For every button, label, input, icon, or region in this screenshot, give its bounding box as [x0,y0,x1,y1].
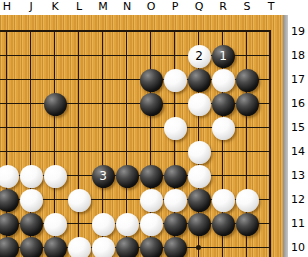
point-P10[interactable] [163,236,187,257]
point-K14[interactable] [43,140,67,164]
point-R11[interactable] [211,212,235,236]
white-stone [0,165,19,188]
white-stone [188,165,211,188]
black-stone [140,93,163,116]
black-stone [44,237,67,257]
point-H19[interactable] [0,20,19,44]
col-label-K: K [43,0,67,14]
col-label-N: N [115,0,139,14]
point-O10[interactable] [139,236,163,257]
point-S15[interactable] [235,116,259,140]
point-P13[interactable] [163,164,187,188]
point-H17[interactable] [0,68,19,92]
point-O14[interactable] [139,140,163,164]
point-P15[interactable] [163,116,187,140]
point-K15[interactable] [43,116,67,140]
point-M15[interactable] [91,116,115,140]
point-R13[interactable] [211,164,235,188]
black-stone [212,93,235,116]
black-stone [0,213,19,236]
point-K19[interactable] [43,20,67,44]
move-number-1: 1 [212,45,235,68]
row-label-13: 13 [289,169,307,183]
point-M16[interactable] [91,92,115,116]
point-H10[interactable] [0,236,19,257]
point-N14[interactable] [115,140,139,164]
point-R17[interactable] [211,68,235,92]
point-N15[interactable] [115,116,139,140]
black-stone [20,237,43,257]
point-H12[interactable] [0,188,19,212]
white-stone [20,165,43,188]
point-O17[interactable] [139,68,163,92]
point-M18[interactable] [91,44,115,68]
black-stone [212,213,235,236]
black-stone [188,69,211,92]
point-T17[interactable] [259,68,283,92]
col-label-O: O [139,0,163,14]
white-stone: 2 [188,45,211,68]
col-label-L: L [67,0,91,14]
point-J17[interactable] [19,68,43,92]
point-L13[interactable] [67,164,91,188]
point-J19[interactable] [19,20,43,44]
point-K12[interactable] [43,188,67,212]
black-stone [116,237,139,257]
row-label-18: 18 [289,49,307,63]
point-R15[interactable] [211,116,235,140]
point-O12[interactable] [139,188,163,212]
point-H16[interactable] [0,92,19,116]
white-stone [236,189,259,212]
col-label-Q: Q [187,0,211,14]
point-T16[interactable] [259,92,283,116]
move-number-2: 2 [188,45,211,68]
point-S17[interactable] [235,68,259,92]
point-K18[interactable] [43,44,67,68]
black-stone [236,69,259,92]
white-stone [44,165,67,188]
point-T12[interactable] [259,188,283,212]
point-M12[interactable] [91,188,115,212]
point-Q14[interactable] [187,140,211,164]
col-label-R: R [211,0,235,14]
point-O15[interactable] [139,116,163,140]
point-O18[interactable] [139,44,163,68]
point-K11[interactable] [43,212,67,236]
white-stone [92,213,115,236]
point-J12[interactable] [19,188,43,212]
star-point [196,245,201,250]
black-stone [164,165,187,188]
point-P19[interactable] [163,20,187,44]
point-Q13[interactable] [187,164,211,188]
point-Q17[interactable] [187,68,211,92]
point-L14[interactable] [67,140,91,164]
point-N12[interactable] [115,188,139,212]
point-J18[interactable] [19,44,43,68]
point-O19[interactable] [139,20,163,44]
point-L11[interactable] [67,212,91,236]
point-T13[interactable] [259,164,283,188]
point-P16[interactable] [163,92,187,116]
point-Q15[interactable] [187,116,211,140]
point-J10[interactable] [19,236,43,257]
point-Q18[interactable]: 2 [187,44,211,68]
point-O13[interactable] [139,164,163,188]
row-label-16: 16 [289,97,307,111]
point-N16[interactable] [115,92,139,116]
point-O11[interactable] [139,212,163,236]
white-stone [212,189,235,212]
point-T11[interactable] [259,212,283,236]
point-J16[interactable] [19,92,43,116]
point-L18[interactable] [67,44,91,68]
point-M10[interactable] [91,236,115,257]
board-edge-shadow [283,15,288,257]
point-Q16[interactable] [187,92,211,116]
white-stone [188,93,211,116]
point-M13[interactable]: 3 [91,164,115,188]
row-label-10: 10 [289,241,307,255]
point-S10[interactable] [235,236,259,257]
black-stone [140,69,163,92]
point-T18[interactable] [259,44,283,68]
point-S19[interactable] [235,20,259,44]
point-N11[interactable] [115,212,139,236]
point-M19[interactable] [91,20,115,44]
white-stone [20,189,43,212]
point-Q10[interactable] [187,236,211,257]
point-R19[interactable] [211,20,235,44]
point-L19[interactable] [67,20,91,44]
point-R12[interactable] [211,188,235,212]
point-S12[interactable] [235,188,259,212]
black-stone [140,165,163,188]
black-stone [164,237,187,257]
white-stone [164,69,187,92]
white-stone [164,117,187,140]
point-O16[interactable] [139,92,163,116]
point-J11[interactable] [19,212,43,236]
white-stone [116,213,139,236]
black-stone [116,165,139,188]
black-stone [236,93,259,116]
col-label-J: J [19,0,43,14]
point-N18[interactable] [115,44,139,68]
point-T14[interactable] [259,140,283,164]
point-H14[interactable] [0,140,19,164]
point-N10[interactable] [115,236,139,257]
point-R14[interactable] [211,140,235,164]
point-L17[interactable] [67,68,91,92]
point-T19[interactable] [259,20,283,44]
row-label-15: 15 [289,121,307,135]
go-board-screenshot: 213 HJKLMNOPQRST 19181716151413121110 [0,0,308,257]
point-T15[interactable] [259,116,283,140]
point-S13[interactable] [235,164,259,188]
col-label-P: P [163,0,187,14]
point-L10[interactable] [67,236,91,257]
row-label-19: 19 [289,25,307,39]
point-L12[interactable] [67,188,91,212]
white-stone [68,237,91,257]
goban-grid: 213 [0,20,283,257]
point-R16[interactable] [211,92,235,116]
white-stone [140,213,163,236]
white-stone [92,237,115,257]
black-stone [0,237,19,257]
black-stone [0,189,19,212]
point-H13[interactable] [0,164,19,188]
black-stone [20,213,43,236]
point-T10[interactable] [259,236,283,257]
black-stone [188,213,211,236]
point-Q11[interactable] [187,212,211,236]
point-S16[interactable] [235,92,259,116]
move-number-3: 3 [92,165,115,188]
point-S18[interactable] [235,44,259,68]
black-stone [188,189,211,212]
black-stone: 1 [212,45,235,68]
point-L15[interactable] [67,116,91,140]
black-stone [140,237,163,257]
point-H11[interactable] [0,212,19,236]
black-stone [44,93,67,116]
col-label-M: M [91,0,115,14]
point-P11[interactable] [163,212,187,236]
row-label-14: 14 [289,145,307,159]
black-stone [164,213,187,236]
point-L16[interactable] [67,92,91,116]
black-stone [236,213,259,236]
point-M17[interactable] [91,68,115,92]
point-H15[interactable] [0,116,19,140]
point-P12[interactable] [163,188,187,212]
white-stone [212,69,235,92]
point-R10[interactable] [211,236,235,257]
point-P14[interactable] [163,140,187,164]
point-J14[interactable] [19,140,43,164]
point-K17[interactable] [43,68,67,92]
row-label-17: 17 [289,73,307,87]
row-label-12: 12 [289,193,307,207]
point-M14[interactable] [91,140,115,164]
white-stone [212,117,235,140]
col-label-S: S [235,0,259,14]
point-S11[interactable] [235,212,259,236]
point-R18[interactable]: 1 [211,44,235,68]
point-K13[interactable] [43,164,67,188]
point-N17[interactable] [115,68,139,92]
white-stone [188,141,211,164]
white-stone [164,189,187,212]
black-stone: 3 [92,165,115,188]
point-K10[interactable] [43,236,67,257]
point-Q19[interactable] [187,20,211,44]
point-M11[interactable] [91,212,115,236]
row-label-11: 11 [289,217,307,231]
point-J15[interactable] [19,116,43,140]
point-Q12[interactable] [187,188,211,212]
white-stone [68,189,91,212]
white-stone [140,189,163,212]
col-label-T: T [259,0,283,14]
point-P18[interactable] [163,44,187,68]
col-label-H: H [0,0,19,14]
point-N13[interactable] [115,164,139,188]
point-S14[interactable] [235,140,259,164]
point-H18[interactable] [0,44,19,68]
point-K16[interactable] [43,92,67,116]
point-J13[interactable] [19,164,43,188]
white-stone [44,213,67,236]
point-P17[interactable] [163,68,187,92]
point-N19[interactable] [115,20,139,44]
